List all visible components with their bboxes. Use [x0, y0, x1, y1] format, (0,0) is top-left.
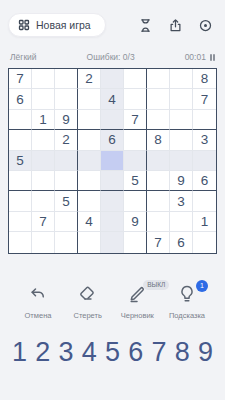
- numpad-2[interactable]: 2: [32, 337, 53, 368]
- sudoku-cell-r4c8[interactable]: [170, 130, 193, 150]
- timer-value: 00:01: [185, 52, 206, 62]
- sudoku-cell-r5c8[interactable]: [170, 151, 193, 171]
- sudoku-cell-r6c5[interactable]: [101, 171, 124, 191]
- sudoku-cell-r4c4[interactable]: [78, 130, 101, 150]
- sudoku-cell-r6c9[interactable]: 6: [193, 171, 216, 191]
- sudoku-cell-r2c9[interactable]: 7: [193, 89, 216, 109]
- sudoku-cell-r5c6[interactable]: [124, 151, 147, 171]
- sudoku-cell-r7c1[interactable]: [9, 191, 32, 211]
- top-bar: Новая игра: [0, 0, 225, 37]
- sudoku-cell-r5c3[interactable]: [55, 151, 78, 171]
- sudoku-cell-r3c7[interactable]: [147, 110, 170, 130]
- sudoku-board: 7286471972683559653749176: [8, 68, 217, 254]
- sudoku-cell-r8c2[interactable]: 7: [32, 212, 55, 232]
- sudoku-cell-r9c2[interactable]: [32, 232, 55, 252]
- status-bar: Лёгкий Ошибки: 0/3 00:01: [0, 52, 225, 62]
- sudoku-cell-r7c4[interactable]: [78, 191, 101, 211]
- sudoku-cell-r7c2[interactable]: [32, 191, 55, 211]
- gear-icon: [198, 18, 213, 33]
- sudoku-cell-r7c3[interactable]: 5: [55, 191, 78, 211]
- new-game-label: Новая игра: [36, 19, 91, 31]
- sudoku-cell-r6c4[interactable]: [78, 171, 101, 191]
- sudoku-cell-r3c5[interactable]: [101, 110, 124, 130]
- sudoku-cell-r9c1[interactable]: [9, 232, 32, 252]
- sudoku-cell-r9c6[interactable]: [124, 232, 147, 252]
- share-button[interactable]: [168, 18, 183, 33]
- sudoku-cell-r6c1[interactable]: [9, 171, 32, 191]
- sudoku-cell-r3c1[interactable]: [9, 110, 32, 130]
- sudoku-cell-r2c4[interactable]: [78, 89, 101, 109]
- sudoku-cell-r4c1[interactable]: [9, 130, 32, 150]
- erase-label: Стереть: [73, 311, 101, 320]
- sudoku-cell-r5c9[interactable]: [193, 151, 216, 171]
- sudoku-cell-r3c8[interactable]: [170, 110, 193, 130]
- undo-button[interactable]: Отмена: [16, 284, 60, 320]
- settings-button[interactable]: [198, 18, 213, 33]
- sudoku-cell-r7c9[interactable]: [193, 191, 216, 211]
- grid-menu-icon: [18, 19, 30, 31]
- hint-button[interactable]: 1 Подсказка: [165, 284, 209, 320]
- undo-label: Отмена: [25, 311, 52, 320]
- sudoku-cell-r4c9[interactable]: 3: [193, 130, 216, 150]
- sudoku-cell-r1c7[interactable]: [147, 69, 170, 89]
- sudoku-cell-r7c7[interactable]: [147, 191, 170, 211]
- sudoku-cell-r6c2[interactable]: [32, 171, 55, 191]
- eraser-icon: [78, 284, 98, 307]
- sudoku-cell-r1c1[interactable]: 7: [9, 69, 32, 89]
- sudoku-cell-r9c5[interactable]: [101, 232, 124, 252]
- sudoku-cell-r9c8[interactable]: 6: [170, 232, 193, 252]
- sudoku-cell-r8c3[interactable]: [55, 212, 78, 232]
- sudoku-cell-r3c2[interactable]: 1: [32, 110, 55, 130]
- sudoku-cell-r4c3[interactable]: 2: [55, 130, 78, 150]
- numpad-8[interactable]: 8: [172, 337, 193, 368]
- sudoku-cell-r7c6[interactable]: [124, 191, 147, 211]
- sudoku-cell-r5c7[interactable]: [147, 151, 170, 171]
- sudoku-cell-r2c2[interactable]: [32, 89, 55, 109]
- sudoku-cell-r7c8[interactable]: 3: [170, 191, 193, 211]
- sudoku-cell-r3c6[interactable]: 7: [124, 110, 147, 130]
- pause-icon: [210, 54, 212, 61]
- sudoku-cell-r8c8[interactable]: [170, 212, 193, 232]
- mistakes-counter: Ошибки: 0/3: [87, 52, 135, 62]
- challenges-button[interactable]: [138, 18, 153, 33]
- sudoku-cell-r9c7[interactable]: 7: [147, 232, 170, 252]
- lightbulb-icon: [177, 284, 197, 307]
- sudoku-cell-r6c7[interactable]: [147, 171, 170, 191]
- difficulty-label: Лёгкий: [10, 52, 37, 62]
- sudoku-cell-r4c7[interactable]: 8: [147, 130, 170, 150]
- sudoku-cell-r2c1[interactable]: 6: [9, 89, 32, 109]
- bottom-toolbar: Отмена Стереть ВЫКЛ Черновик 1: [0, 284, 225, 320]
- hourglass-icon: [138, 18, 153, 33]
- sudoku-cell-r3c3[interactable]: 9: [55, 110, 78, 130]
- undo-icon: [28, 284, 48, 307]
- sudoku-cell-r4c5[interactable]: 6: [101, 130, 124, 150]
- sudoku-cell-r5c1[interactable]: 5: [9, 151, 32, 171]
- top-bar-actions: [138, 18, 213, 33]
- numpad-7[interactable]: 7: [149, 337, 170, 368]
- sudoku-cell-r2c3[interactable]: [55, 89, 78, 109]
- sudoku-cell-r9c4[interactable]: [78, 232, 101, 252]
- sudoku-cell-r6c3[interactable]: [55, 171, 78, 191]
- sudoku-cell-r5c2[interactable]: [32, 151, 55, 171]
- sudoku-cell-r9c9[interactable]: [193, 232, 216, 252]
- sudoku-cell-r2c7[interactable]: [147, 89, 170, 109]
- sudoku-cell-r5c4[interactable]: [78, 151, 101, 171]
- hint-count-badge: 1: [196, 280, 208, 292]
- sudoku-cell-r8c9[interactable]: 1: [193, 212, 216, 232]
- sudoku-cell-r6c8[interactable]: 9: [170, 171, 193, 191]
- sudoku-cell-r1c2[interactable]: [32, 69, 55, 89]
- hint-label: Подсказка: [169, 311, 205, 320]
- sudoku-cell-r7c5[interactable]: [101, 191, 124, 211]
- notes-label: Черновик: [121, 311, 154, 320]
- sudoku-cell-r1c3[interactable]: [55, 69, 78, 89]
- sudoku-cell-r8c5[interactable]: [101, 212, 124, 232]
- numpad-1[interactable]: 1: [9, 337, 30, 368]
- sudoku-cell-r9c3[interactable]: [55, 232, 78, 252]
- sudoku-cell-r8c7[interactable]: [147, 212, 170, 232]
- numpad-4[interactable]: 4: [79, 337, 100, 368]
- timer-group: 00:01: [185, 52, 215, 62]
- erase-button[interactable]: Стереть: [66, 284, 110, 320]
- numpad-3[interactable]: 3: [56, 337, 77, 368]
- sudoku-cell-r1c9[interactable]: 8: [193, 69, 216, 89]
- pause-button[interactable]: [210, 54, 215, 61]
- notes-button[interactable]: ВЫКЛ Черновик: [115, 284, 159, 320]
- sudoku-app-screen: Новая игра: [0, 0, 225, 400]
- number-pad: 123456789: [0, 337, 225, 368]
- sudoku-cell-r6c6[interactable]: 5: [124, 171, 147, 191]
- sudoku-cell-r1c8[interactable]: [170, 69, 193, 89]
- new-game-button[interactable]: Новая игра: [8, 13, 106, 37]
- sudoku-cell-r5c5[interactable]: [101, 151, 124, 171]
- sudoku-cell-r1c4[interactable]: 2: [78, 69, 101, 89]
- sudoku-cell-r2c6[interactable]: [124, 89, 147, 109]
- sudoku-cell-r8c1[interactable]: [9, 212, 32, 232]
- sudoku-cell-r1c5[interactable]: [101, 69, 124, 89]
- numpad-6[interactable]: 6: [125, 337, 146, 368]
- sudoku-cell-r3c4[interactable]: [78, 110, 101, 130]
- sudoku-cell-r4c6[interactable]: [124, 130, 147, 150]
- sudoku-cell-r8c4[interactable]: 4: [78, 212, 101, 232]
- sudoku-cell-r4c2[interactable]: [32, 130, 55, 150]
- sudoku-cell-r1c6[interactable]: [124, 69, 147, 89]
- share-icon: [168, 18, 183, 33]
- sudoku-cell-r2c5[interactable]: 4: [101, 89, 124, 109]
- sudoku-cell-r8c6[interactable]: 9: [124, 212, 147, 232]
- sudoku-cell-r3c9[interactable]: [193, 110, 216, 130]
- numpad-5[interactable]: 5: [102, 337, 123, 368]
- sudoku-cell-r2c8[interactable]: [170, 89, 193, 109]
- numpad-9[interactable]: 9: [195, 337, 216, 368]
